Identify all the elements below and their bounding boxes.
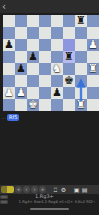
square-h6[interactable]: ♟	[87, 39, 99, 51]
square-f7[interactable]	[63, 27, 75, 39]
square-a2[interactable]: ♟	[3, 87, 15, 99]
hint-badge[interactable]	[1, 186, 14, 193]
square-d6[interactable]	[39, 39, 51, 51]
engine-lines: 1.Rg3+ 1.Rg3+ Kxe4 2.Rxg8 e1=Q+ 3.Kc2 Rf…	[9, 194, 99, 204]
square-d5[interactable]	[39, 51, 51, 63]
move-bar: … Rf5	[1, 113, 19, 122]
white-rook: ♜	[87, 63, 99, 75]
engine-badges	[0, 194, 8, 204]
square-a6[interactable]: ♟	[3, 39, 15, 51]
engine-pv-line[interactable]: 1.Rg3+ Kxe4 2.Rxg8 e1=Q+ 3.Kc2 Rf2+ 4.Kb…	[9, 199, 95, 204]
square-f5[interactable]: ♜	[63, 51, 75, 63]
square-c3[interactable]	[27, 75, 39, 87]
square-g5[interactable]	[75, 51, 87, 63]
square-b6[interactable]	[15, 39, 27, 51]
square-e6[interactable]	[51, 39, 63, 51]
square-b1[interactable]	[15, 99, 27, 111]
square-b2[interactable]: ♟	[15, 87, 27, 99]
black-pawn: ♟	[15, 63, 27, 75]
home-indicator	[30, 208, 69, 210]
square-a5[interactable]	[3, 51, 15, 63]
black-rook: ♜	[63, 51, 75, 63]
square-g7[interactable]	[75, 27, 87, 39]
square-a8[interactable]	[3, 15, 15, 27]
black-pawn: ♟	[27, 51, 39, 63]
white-pawn: ♟	[3, 87, 15, 99]
square-d1[interactable]	[39, 99, 51, 111]
last-move-button[interactable]: »	[39, 186, 46, 193]
back-chevron-icon[interactable]: ‹	[2, 0, 6, 13]
square-h2[interactable]	[87, 87, 99, 99]
square-f3[interactable]: ♚	[63, 75, 75, 87]
engine-panel: 1.Rg3+ 1.Rg3+ Kxe4 2.Rxg8 e1=Q+ 3.Kc2 Rf…	[0, 194, 99, 204]
square-g1[interactable]: ♜	[75, 99, 87, 111]
square-d3[interactable]	[39, 75, 51, 87]
pieces-icon[interactable]: ♖	[52, 186, 59, 193]
square-e1[interactable]	[51, 99, 63, 111]
white-pawn: ♟	[87, 39, 99, 51]
settings-icon[interactable]: ⚙	[60, 186, 67, 193]
current-move-chip[interactable]: Rf5	[7, 114, 19, 121]
next-move-button[interactable]: ›	[31, 186, 38, 193]
engine-depth-badge	[0, 200, 8, 204]
chess-board: ♜♟♟♟♜♟♞♜♚♟♟♟♚♜	[3, 15, 99, 111]
white-rook: ♜	[75, 99, 87, 111]
black-pawn: ♟	[51, 87, 63, 99]
square-g4[interactable]	[75, 63, 87, 75]
square-h3[interactable]	[87, 75, 99, 87]
square-d4[interactable]	[39, 63, 51, 75]
square-e4[interactable]: ♞	[51, 63, 63, 75]
black-king: ♚	[63, 75, 75, 87]
square-d8[interactable]	[39, 15, 51, 27]
square-g6[interactable]	[75, 39, 87, 51]
square-e2[interactable]: ♟	[51, 87, 63, 99]
square-c4[interactable]	[27, 63, 39, 75]
square-b7[interactable]	[15, 27, 27, 39]
square-h1[interactable]	[87, 99, 99, 111]
white-knight: ♞	[51, 63, 63, 75]
square-c5[interactable]: ♟	[27, 51, 39, 63]
square-h4[interactable]: ♜	[87, 63, 99, 75]
square-c7[interactable]	[27, 27, 39, 39]
square-h8[interactable]	[87, 15, 99, 27]
square-e8[interactable]	[51, 15, 63, 27]
move-prefix: …	[1, 113, 6, 122]
square-g8[interactable]: ♜	[75, 15, 87, 27]
list-icon[interactable]: ▤	[81, 186, 88, 193]
square-a4[interactable]	[3, 63, 15, 75]
square-a1[interactable]	[3, 99, 15, 111]
black-pawn: ♟	[3, 39, 15, 51]
engine-eval-badge	[0, 195, 8, 199]
square-b8[interactable]	[15, 15, 27, 27]
white-pawn: ♟	[15, 87, 27, 99]
square-c8[interactable]	[27, 15, 39, 27]
square-e7[interactable]	[51, 27, 63, 39]
square-f1[interactable]	[63, 99, 75, 111]
square-f2[interactable]	[63, 87, 75, 99]
square-f8[interactable]	[63, 15, 75, 27]
square-g3[interactable]	[75, 75, 87, 87]
square-b4[interactable]: ♟	[15, 63, 27, 75]
white-king: ♚	[27, 99, 39, 111]
top-bar: ‹	[0, 0, 99, 13]
square-d2[interactable]	[39, 87, 51, 99]
square-d7[interactable]	[39, 27, 51, 39]
board-icon[interactable]: ▣	[73, 186, 80, 193]
square-c1[interactable]: ♚	[27, 99, 39, 111]
board-grid: ♜♟♟♟♜♟♞♜♚♟♟♟♚♜	[3, 15, 99, 111]
prev-move-button[interactable]: ‹	[23, 186, 30, 193]
black-rook: ♜	[75, 15, 87, 27]
first-move-button[interactable]: «	[15, 186, 22, 193]
